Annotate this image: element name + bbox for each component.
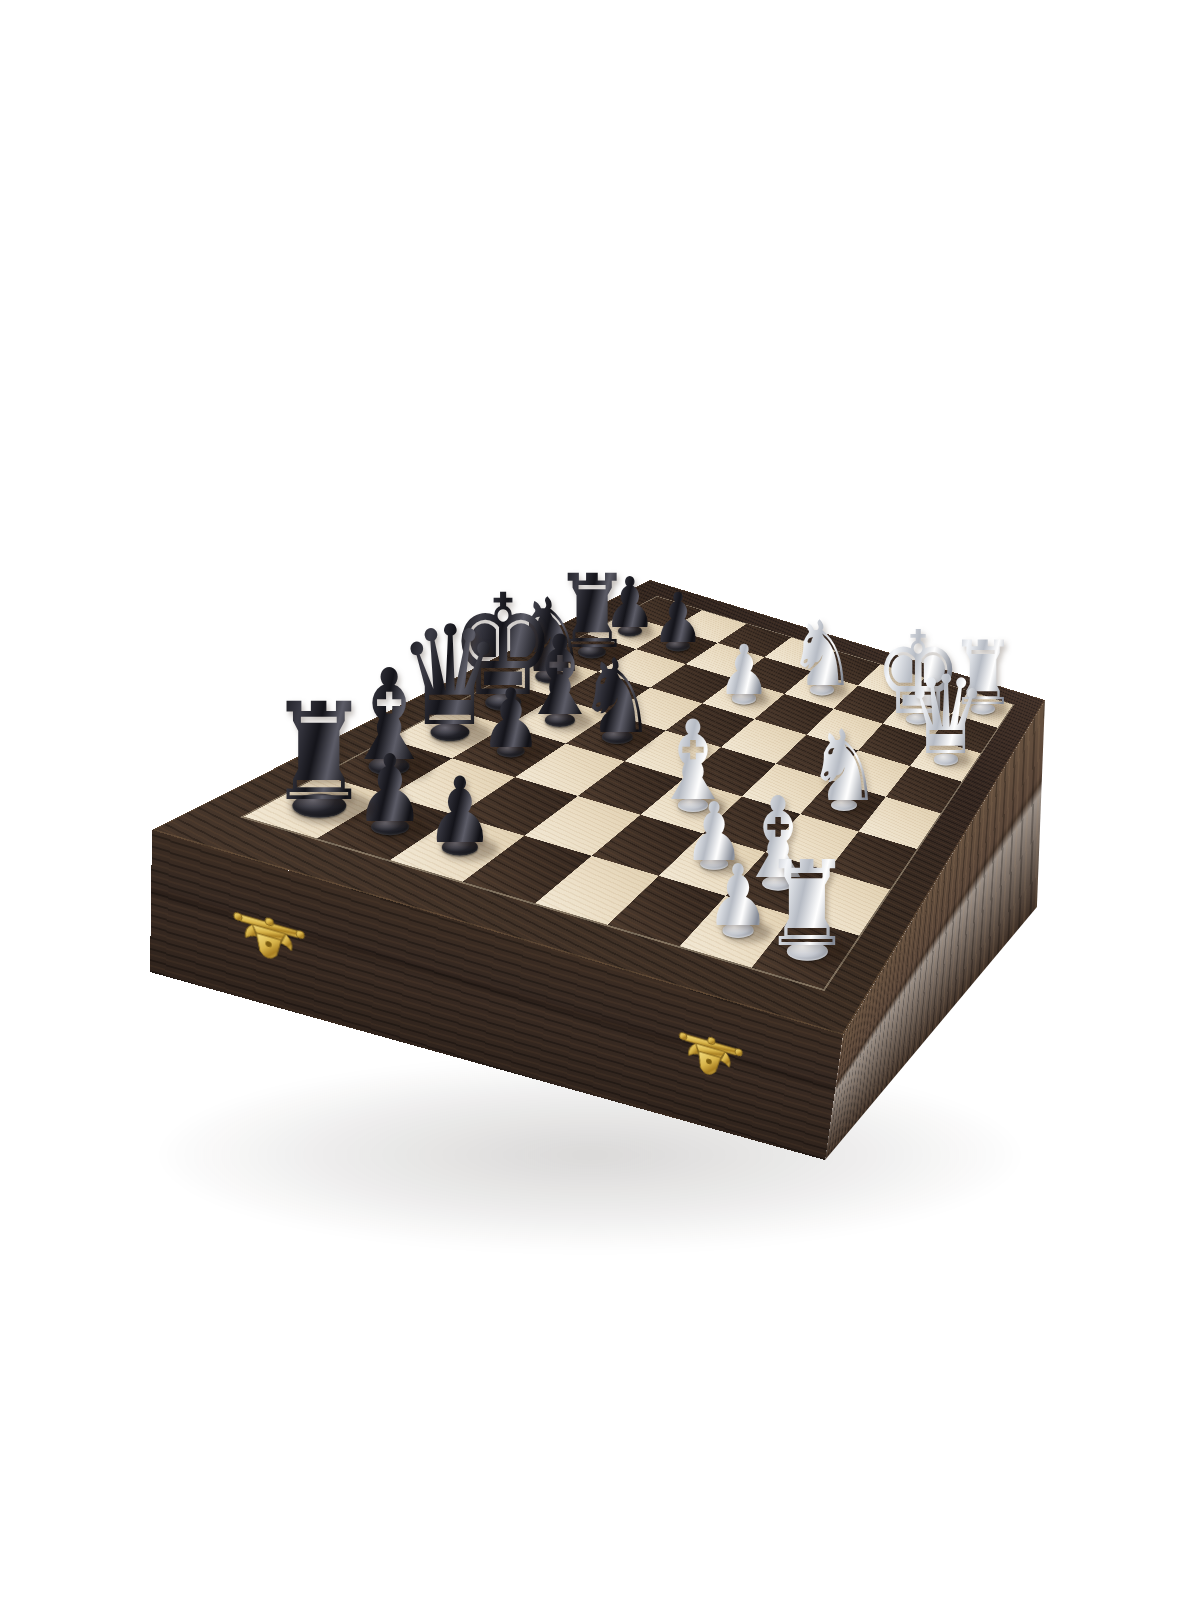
piece-white-queen-f1[interactable]: ♛ [905,666,988,766]
piece-white-rook-a1[interactable]: ♜ [762,850,852,959]
piece-black-rook-a8[interactable]: ♜ [268,690,371,814]
piece-white-knight-g4[interactable]: ♞ [788,613,857,696]
piece-white-pawn-a2[interactable]: ♟ [706,858,771,936]
piece-black-pawn-a6[interactable]: ♟ [425,770,494,854]
product-photo-scene: ♜♝♛♚♞♜♟♟♟♝♟♟♞♟♝♞♟♟♝♞♚♜♛♜ [0,0,1200,1600]
piece-black-pawn-g7[interactable]: ♟ [652,587,705,650]
pieces-layer: ♜♝♛♚♞♜♟♟♟♝♟♟♞♟♝♞♟♟♝♞♚♜♛♜ [0,0,1200,1600]
piece-white-pawn-f5[interactable]: ♟ [718,639,771,702]
